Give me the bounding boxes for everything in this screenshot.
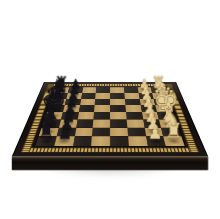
square xyxy=(79,105,95,112)
black-rook-piece: ♜ xyxy=(37,120,56,141)
square xyxy=(73,136,92,146)
board-front-edge xyxy=(12,157,208,171)
black-pawn-piece: ♟ xyxy=(57,125,72,141)
square xyxy=(92,128,110,137)
square xyxy=(77,112,94,119)
square xyxy=(110,105,126,112)
square xyxy=(76,119,94,127)
square xyxy=(94,112,110,119)
square xyxy=(126,112,143,119)
square xyxy=(127,128,146,137)
square xyxy=(126,119,144,127)
square xyxy=(91,136,110,146)
gold-tick-border-bottom xyxy=(21,148,199,153)
white-rook-piece: ♜ xyxy=(164,120,183,141)
square xyxy=(93,119,110,127)
chess-board: ♜♟♟♜♞♟♟♞♝♟♟♝♛♟♟♛♚♟♟♚♝♟♟♝♞♟♟♞♜♟♟♜ xyxy=(12,82,208,157)
square xyxy=(110,128,128,137)
white-pawn-piece: ♟ xyxy=(148,125,163,141)
square xyxy=(94,105,110,112)
square: ♟ xyxy=(54,136,74,146)
chess-scene: ♜♟♟♜♞♟♟♞♝♟♟♝♛♟♟♛♚♟♟♚♝♟♟♝♞♟♟♞♜♟♟♜ xyxy=(0,0,220,219)
square: ♟ xyxy=(146,136,166,146)
square: ♜ xyxy=(164,136,185,146)
square xyxy=(110,112,126,119)
square xyxy=(110,119,127,127)
square xyxy=(110,136,129,146)
square xyxy=(128,136,147,146)
board-frame: ♜♟♟♜♞♟♟♞♝♟♟♝♛♟♟♛♚♟♟♚♝♟♟♝♞♟♟♞♜♟♟♜ xyxy=(12,82,208,157)
chess-set-photo: ♜♟♟♜♞♟♟♞♝♟♟♝♛♟♟♛♚♟♟♚♝♟♟♝♞♟♟♞♜♟♟♜ xyxy=(0,0,220,219)
square xyxy=(125,105,141,112)
square xyxy=(74,128,93,137)
playing-field: ♜♟♟♜♞♟♟♞♝♟♟♝♛♟♟♛♚♟♟♚♝♟♟♝♞♟♟♞♜♟♟♜ xyxy=(35,87,184,146)
